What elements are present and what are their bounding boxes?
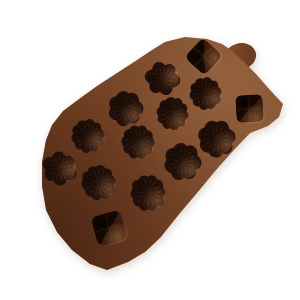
cavity-rim-highlight: [233, 92, 266, 125]
cavity-rim-highlight: [153, 94, 191, 132]
mold-cavity-fluted-round: [154, 95, 189, 130]
mold-cavity-gift-square: [234, 93, 264, 123]
mold-cavity-gift-square: [89, 208, 128, 247]
mold-cavity-flower: [162, 141, 201, 180]
product-photo: [0, 0, 300, 300]
chocolate-mold: [0, 0, 300, 300]
